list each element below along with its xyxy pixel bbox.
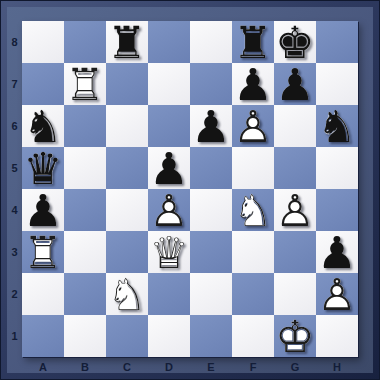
square-d6[interactable] bbox=[148, 105, 190, 147]
square-a6[interactable]: ♘♞ bbox=[22, 105, 64, 147]
piece-black-pawn-h3[interactable]: ♙♟ bbox=[316, 231, 358, 273]
piece-glyph-detail: ♙ bbox=[148, 190, 190, 232]
square-g6[interactable] bbox=[274, 105, 316, 147]
piece-glyph-base: ♘ bbox=[22, 106, 64, 148]
piece-glyph-base: ♙ bbox=[148, 148, 190, 190]
rank-label-1: 1 bbox=[7, 315, 22, 357]
square-h7[interactable] bbox=[316, 63, 358, 105]
piece-glyph-detail: ♜ bbox=[232, 22, 274, 64]
piece-white-rook-a3[interactable]: ♜♖ bbox=[22, 231, 64, 273]
piece-black-pawn-d5[interactable]: ♙♟ bbox=[148, 147, 190, 189]
piece-white-pawn-g4[interactable]: ♟♙ bbox=[274, 189, 316, 231]
piece-black-king-g8[interactable]: ♔♚ bbox=[274, 21, 316, 63]
piece-white-rook-b7[interactable]: ♜♖ bbox=[64, 63, 106, 105]
square-g4[interactable]: ♟♙ bbox=[274, 189, 316, 231]
square-e3[interactable] bbox=[190, 231, 232, 273]
piece-glyph-detail: ♟ bbox=[190, 106, 232, 148]
piece-glyph-base: ♕ bbox=[22, 148, 64, 190]
square-d4[interactable]: ♟♙ bbox=[148, 189, 190, 231]
piece-glyph-base: ♛ bbox=[148, 232, 190, 274]
square-b8[interactable] bbox=[64, 21, 106, 63]
piece-glyph-detail: ♙ bbox=[232, 106, 274, 148]
rank-label-4: 4 bbox=[7, 189, 22, 231]
piece-glyph-base: ♙ bbox=[190, 106, 232, 148]
square-b5[interactable] bbox=[64, 147, 106, 189]
square-g8[interactable]: ♔♚ bbox=[274, 21, 316, 63]
piece-glyph-detail: ♞ bbox=[22, 106, 64, 148]
piece-black-knight-a6[interactable]: ♘♞ bbox=[22, 105, 64, 147]
square-g1[interactable]: ♚♔ bbox=[274, 315, 316, 357]
piece-glyph-detail: ♟ bbox=[22, 190, 64, 232]
piece-white-knight-f4[interactable]: ♞♘ bbox=[232, 189, 274, 231]
square-e5[interactable] bbox=[190, 147, 232, 189]
square-b3[interactable] bbox=[64, 231, 106, 273]
square-b4[interactable] bbox=[64, 189, 106, 231]
square-a8[interactable] bbox=[22, 21, 64, 63]
piece-white-queen-d3[interactable]: ♛♕ bbox=[148, 231, 190, 273]
file-label-d: D bbox=[148, 359, 190, 375]
square-g2[interactable] bbox=[274, 273, 316, 315]
square-g5[interactable] bbox=[274, 147, 316, 189]
piece-glyph-base: ♞ bbox=[106, 274, 148, 316]
square-h1[interactable] bbox=[316, 315, 358, 357]
piece-black-pawn-a4[interactable]: ♙♟ bbox=[22, 189, 64, 231]
file-label-h: H bbox=[316, 359, 358, 375]
square-f2[interactable] bbox=[232, 273, 274, 315]
square-d7[interactable] bbox=[148, 63, 190, 105]
square-h5[interactable] bbox=[316, 147, 358, 189]
square-e7[interactable] bbox=[190, 63, 232, 105]
square-b1[interactable] bbox=[64, 315, 106, 357]
square-h6[interactable]: ♘♞ bbox=[316, 105, 358, 147]
piece-glyph-base: ♞ bbox=[232, 190, 274, 232]
square-f7[interactable]: ♙♟ bbox=[232, 63, 274, 105]
rank-label-6: 6 bbox=[7, 105, 22, 147]
square-a1[interactable] bbox=[22, 315, 64, 357]
piece-black-rook-c8[interactable]: ♖♜ bbox=[106, 21, 148, 63]
piece-glyph-detail: ♘ bbox=[232, 190, 274, 232]
square-b2[interactable] bbox=[64, 273, 106, 315]
square-f8[interactable]: ♖♜ bbox=[232, 21, 274, 63]
piece-glyph-detail: ♙ bbox=[316, 274, 358, 316]
piece-glyph-detail: ♞ bbox=[316, 106, 358, 148]
board: ♖♜♖♜♔♚♜♖♙♟♙♟♘♞♙♟♟♙♘♞♕♛♙♟♙♟♟♙♞♘♟♙♜♖♛♕♙♟♞♘… bbox=[22, 21, 358, 357]
square-e1[interactable] bbox=[190, 315, 232, 357]
square-c6[interactable] bbox=[106, 105, 148, 147]
square-h2[interactable]: ♟♙ bbox=[316, 273, 358, 315]
piece-glyph-detail: ♟ bbox=[274, 64, 316, 106]
piece-glyph-base: ♖ bbox=[232, 22, 274, 64]
piece-glyph-detail: ♔ bbox=[274, 316, 316, 358]
file-label-b: B bbox=[64, 359, 106, 375]
piece-glyph-detail: ♜ bbox=[106, 22, 148, 64]
piece-glyph-detail: ♘ bbox=[106, 274, 148, 316]
piece-glyph-base: ♜ bbox=[64, 64, 106, 106]
file-label-g: G bbox=[274, 359, 316, 375]
piece-glyph-detail: ♚ bbox=[274, 22, 316, 64]
piece-glyph-base: ♙ bbox=[22, 190, 64, 232]
piece-glyph-detail: ♙ bbox=[274, 190, 316, 232]
rank-label-7: 7 bbox=[7, 63, 22, 105]
square-f3[interactable] bbox=[232, 231, 274, 273]
square-f1[interactable] bbox=[232, 315, 274, 357]
piece-black-pawn-e6[interactable]: ♙♟ bbox=[190, 105, 232, 147]
square-a7[interactable] bbox=[22, 63, 64, 105]
rank-label-5: 5 bbox=[7, 147, 22, 189]
square-f4[interactable]: ♞♘ bbox=[232, 189, 274, 231]
piece-glyph-base: ♘ bbox=[316, 106, 358, 148]
diagram-frame-bevel: 87654321 ♖♜♖♜♔♚♜♖♙♟♙♟♘♞♙♟♟♙♘♞♕♛♙♟♙♟♟♙♞♘♟… bbox=[1, 1, 379, 379]
piece-black-pawn-g7[interactable]: ♙♟ bbox=[274, 63, 316, 105]
piece-black-pawn-f7[interactable]: ♙♟ bbox=[232, 63, 274, 105]
square-h3[interactable]: ♙♟ bbox=[316, 231, 358, 273]
square-b6[interactable] bbox=[64, 105, 106, 147]
rank-label-2: 2 bbox=[7, 273, 22, 315]
file-label-c: C bbox=[106, 359, 148, 375]
piece-white-knight-c2[interactable]: ♞♘ bbox=[106, 273, 148, 315]
square-e8[interactable] bbox=[190, 21, 232, 63]
board-mat: 87654321 ♖♜♖♜♔♚♜♖♙♟♙♟♘♞♙♟♟♙♘♞♕♛♙♟♙♟♟♙♞♘♟… bbox=[7, 7, 373, 373]
file-labels: ABCDEFGH bbox=[22, 359, 358, 375]
piece-glyph-detail: ♟ bbox=[148, 148, 190, 190]
square-f6[interactable]: ♟♙ bbox=[232, 105, 274, 147]
piece-white-pawn-d4[interactable]: ♟♙ bbox=[148, 189, 190, 231]
piece-glyph-detail: ♟ bbox=[232, 64, 274, 106]
piece-glyph-detail: ♕ bbox=[148, 232, 190, 274]
rank-label-3: 3 bbox=[7, 231, 22, 273]
diagram-outer-border: 87654321 ♖♜♖♜♔♚♜♖♙♟♙♟♘♞♙♟♟♙♘♞♕♛♙♟♙♟♟♙♞♘♟… bbox=[0, 0, 380, 380]
piece-glyph-base: ♙ bbox=[232, 64, 274, 106]
piece-white-king-g1[interactable]: ♚♔ bbox=[274, 315, 316, 357]
square-d8[interactable] bbox=[148, 21, 190, 63]
piece-glyph-detail: ♛ bbox=[22, 148, 64, 190]
square-c4[interactable] bbox=[106, 189, 148, 231]
piece-black-knight-h6[interactable]: ♘♞ bbox=[316, 105, 358, 147]
square-c2[interactable]: ♞♘ bbox=[106, 273, 148, 315]
file-label-a: A bbox=[22, 359, 64, 375]
piece-glyph-detail: ♖ bbox=[64, 64, 106, 106]
piece-glyph-detail: ♖ bbox=[22, 232, 64, 274]
piece-glyph-base: ♙ bbox=[274, 64, 316, 106]
piece-white-pawn-f6[interactable]: ♟♙ bbox=[232, 105, 274, 147]
piece-glyph-base: ♚ bbox=[274, 316, 316, 358]
piece-glyph-base: ♟ bbox=[274, 190, 316, 232]
square-c3[interactable] bbox=[106, 231, 148, 273]
piece-glyph-base: ♖ bbox=[106, 22, 148, 64]
square-a4[interactable]: ♙♟ bbox=[22, 189, 64, 231]
piece-glyph-base: ♟ bbox=[316, 274, 358, 316]
square-e2[interactable] bbox=[190, 273, 232, 315]
square-b7[interactable]: ♜♖ bbox=[64, 63, 106, 105]
square-g7[interactable]: ♙♟ bbox=[274, 63, 316, 105]
square-c5[interactable] bbox=[106, 147, 148, 189]
piece-glyph-base: ♙ bbox=[316, 232, 358, 274]
square-d1[interactable] bbox=[148, 315, 190, 357]
piece-glyph-detail: ♟ bbox=[316, 232, 358, 274]
square-g3[interactable] bbox=[274, 231, 316, 273]
file-label-e: E bbox=[190, 359, 232, 375]
square-d2[interactable] bbox=[148, 273, 190, 315]
piece-glyph-base: ♔ bbox=[274, 22, 316, 64]
square-d3[interactable]: ♛♕ bbox=[148, 231, 190, 273]
square-e6[interactable]: ♙♟ bbox=[190, 105, 232, 147]
square-h4[interactable] bbox=[316, 189, 358, 231]
square-e4[interactable] bbox=[190, 189, 232, 231]
rank-label-8: 8 bbox=[7, 21, 22, 63]
piece-black-rook-f8[interactable]: ♖♜ bbox=[232, 21, 274, 63]
rank-labels: 87654321 bbox=[7, 21, 22, 357]
square-a5[interactable]: ♕♛ bbox=[22, 147, 64, 189]
piece-glyph-base: ♟ bbox=[232, 106, 274, 148]
piece-black-queen-a5[interactable]: ♕♛ bbox=[22, 147, 64, 189]
piece-white-pawn-h2[interactable]: ♟♙ bbox=[316, 273, 358, 315]
square-c1[interactable] bbox=[106, 315, 148, 357]
file-label-f: F bbox=[232, 359, 274, 375]
square-c7[interactable] bbox=[106, 63, 148, 105]
piece-glyph-base: ♟ bbox=[148, 190, 190, 232]
square-d5[interactable]: ♙♟ bbox=[148, 147, 190, 189]
square-f5[interactable] bbox=[232, 147, 274, 189]
square-h8[interactable] bbox=[316, 21, 358, 63]
square-a3[interactable]: ♜♖ bbox=[22, 231, 64, 273]
square-a2[interactable] bbox=[22, 273, 64, 315]
square-c8[interactable]: ♖♜ bbox=[106, 21, 148, 63]
piece-glyph-base: ♜ bbox=[22, 232, 64, 274]
